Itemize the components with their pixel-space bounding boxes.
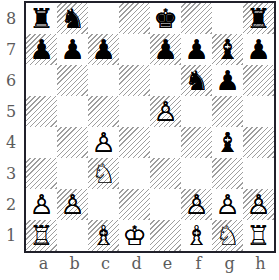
square-b5 [57,96,88,127]
square-a5 [26,96,57,127]
white-pawn: ♙ [29,189,53,220]
file-label-c: c [90,253,121,275]
square-f5 [181,96,212,127]
square-f7: ♟ [181,34,212,65]
black-pawn: ♟ [184,34,208,65]
file-label-a: a [28,253,59,275]
square-a2: ♙ [26,189,57,220]
square-a6 [26,65,57,96]
black-pawn: ♟ [246,34,270,65]
square-f6: ♞ [181,65,212,96]
square-h3 [243,158,274,189]
square-c7: ♟ [88,34,119,65]
white-king: ♔ [122,220,146,251]
black-pawn: ♟ [215,65,239,96]
square-e4 [150,127,181,158]
white-bishop: ♗ [184,220,208,251]
black-pawn: ♟ [91,34,115,65]
file-label-g: g [214,253,245,275]
black-pawn: ♟ [29,34,53,65]
square-h2: ♙ [243,189,274,220]
square-e6 [150,65,181,96]
square-g3 [212,158,243,189]
rank-label-6: 6 [2,65,20,96]
square-f8 [181,3,212,34]
square-c3: ♘ [88,158,119,189]
square-e5: ♙ [150,96,181,127]
file-label-h: h [245,253,276,275]
rank-labels: 87654321 [2,3,20,251]
square-b3 [57,158,88,189]
square-d3 [119,158,150,189]
file-label-f: f [183,253,214,275]
square-e1 [150,220,181,251]
square-d2 [119,189,150,220]
square-c6 [88,65,119,96]
white-pawn: ♙ [153,96,177,127]
square-d8 [119,3,150,34]
white-rook: ♖ [246,220,270,251]
square-g1: ♘ [212,220,243,251]
square-e7: ♟ [150,34,181,65]
chess-board: ♜♞♚♜♟♟♟♟♟♝♟♞♟♙♙♝♘♙♙♙♙♙♖♗♔♗♘♖ [24,1,276,253]
square-e8: ♚ [150,3,181,34]
square-b8: ♞ [57,3,88,34]
white-pawn: ♙ [246,189,270,220]
square-g7: ♝ [212,34,243,65]
white-knight: ♘ [91,158,115,189]
square-e2 [150,189,181,220]
square-h4 [243,127,274,158]
square-f1: ♗ [181,220,212,251]
square-d1: ♔ [119,220,150,251]
white-bishop: ♗ [91,220,115,251]
file-label-d: d [121,253,152,275]
square-f2: ♙ [181,189,212,220]
square-c2 [88,189,119,220]
square-b6 [57,65,88,96]
square-f4 [181,127,212,158]
black-rook: ♜ [246,3,270,34]
file-label-b: b [59,253,90,275]
white-pawn: ♙ [184,189,208,220]
square-c5 [88,96,119,127]
white-pawn: ♙ [215,189,239,220]
file-label-e: e [152,253,183,275]
black-pawn: ♟ [153,34,177,65]
square-g6: ♟ [212,65,243,96]
square-g4: ♝ [212,127,243,158]
black-knight: ♞ [184,65,208,96]
square-c1: ♗ [88,220,119,251]
square-g2: ♙ [212,189,243,220]
square-a3 [26,158,57,189]
square-c4: ♙ [88,127,119,158]
black-rook: ♜ [29,3,53,34]
square-h1: ♖ [243,220,274,251]
file-labels: abcdefgh [28,253,276,275]
white-pawn: ♙ [60,189,84,220]
rank-label-4: 4 [2,127,20,158]
square-f3 [181,158,212,189]
square-a1: ♖ [26,220,57,251]
square-a7: ♟ [26,34,57,65]
black-bishop: ♝ [215,127,239,158]
square-h8: ♜ [243,3,274,34]
square-b4 [57,127,88,158]
black-knight: ♞ [60,3,84,34]
square-a8: ♜ [26,3,57,34]
rank-label-1: 1 [2,220,20,251]
white-rook: ♖ [29,220,53,251]
square-a4 [26,127,57,158]
black-king: ♚ [153,3,177,34]
rank-label-5: 5 [2,96,20,127]
white-knight: ♘ [215,220,239,251]
square-g8 [212,3,243,34]
square-d4 [119,127,150,158]
rank-label-7: 7 [2,34,20,65]
square-b7: ♟ [57,34,88,65]
square-g5 [212,96,243,127]
square-h5 [243,96,274,127]
black-pawn: ♟ [60,34,84,65]
square-h7: ♟ [243,34,274,65]
square-e3 [150,158,181,189]
square-b1 [57,220,88,251]
square-d7 [119,34,150,65]
black-bishop: ♝ [215,34,239,65]
chess-diagram: 87654321 ♜♞♚♜♟♟♟♟♟♝♟♞♟♙♙♝♘♙♙♙♙♙♖♗♔♗♘♖ ab… [0,0,279,280]
square-d6 [119,65,150,96]
white-pawn: ♙ [91,127,115,158]
rank-label-2: 2 [2,189,20,220]
square-h6 [243,65,274,96]
square-c8 [88,3,119,34]
rank-label-8: 8 [2,3,20,34]
square-b2: ♙ [57,189,88,220]
square-d5 [119,96,150,127]
rank-label-3: 3 [2,158,20,189]
